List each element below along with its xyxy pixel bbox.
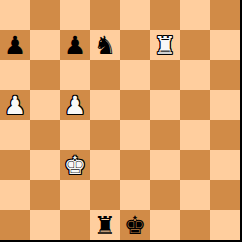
square-a4[interactable]	[0, 120, 30, 150]
square-a8[interactable]	[0, 0, 30, 30]
square-f6[interactable]	[150, 60, 180, 90]
square-e5[interactable]	[120, 90, 150, 120]
chess-board: ♟ ♟ ♞ ♜ ♟ ♟ ♚	[0, 0, 242, 242]
square-e7[interactable]	[120, 30, 150, 60]
square-b5[interactable]	[30, 90, 60, 120]
square-g2[interactable]	[180, 180, 210, 210]
square-f8[interactable]	[150, 0, 180, 30]
square-h3[interactable]	[210, 150, 240, 180]
chess-board-grid: ♟ ♟ ♞ ♜ ♟ ♟ ♚	[0, 0, 240, 240]
black-pawn[interactable]: ♟	[60, 30, 90, 60]
square-d5[interactable]	[90, 90, 120, 120]
square-c4[interactable]	[60, 120, 90, 150]
square-b1[interactable]	[30, 210, 60, 240]
square-g5[interactable]	[180, 90, 210, 120]
square-d7[interactable]: ♞	[90, 30, 120, 60]
square-g6[interactable]	[180, 60, 210, 90]
square-h7[interactable]	[210, 30, 240, 60]
square-b7[interactable]	[30, 30, 60, 60]
square-h6[interactable]	[210, 60, 240, 90]
square-h5[interactable]	[210, 90, 240, 120]
square-c5[interactable]: ♟	[60, 90, 90, 120]
square-d6[interactable]	[90, 60, 120, 90]
square-a3[interactable]	[0, 150, 30, 180]
square-e6[interactable]	[120, 60, 150, 90]
square-c6[interactable]	[60, 60, 90, 90]
square-h4[interactable]	[210, 120, 240, 150]
square-g7[interactable]	[180, 30, 210, 60]
square-b6[interactable]	[30, 60, 60, 90]
square-h2[interactable]	[210, 180, 240, 210]
black-king[interactable]: ♚	[120, 210, 150, 240]
square-g3[interactable]	[180, 150, 210, 180]
square-e2[interactable]	[120, 180, 150, 210]
square-h8[interactable]	[210, 0, 240, 30]
square-a6[interactable]	[0, 60, 30, 90]
square-c2[interactable]	[60, 180, 90, 210]
square-e1[interactable]: ♚	[120, 210, 150, 240]
square-f5[interactable]	[150, 90, 180, 120]
black-knight[interactable]: ♞	[90, 30, 120, 60]
square-e4[interactable]	[120, 120, 150, 150]
square-a5[interactable]: ♟	[0, 90, 30, 120]
square-e8[interactable]	[120, 0, 150, 30]
black-rook[interactable]: ♜	[90, 210, 120, 240]
square-f4[interactable]	[150, 120, 180, 150]
square-f2[interactable]	[150, 180, 180, 210]
square-a2[interactable]	[0, 180, 30, 210]
square-g4[interactable]	[180, 120, 210, 150]
square-b8[interactable]	[30, 0, 60, 30]
square-c1[interactable]	[60, 210, 90, 240]
square-e3[interactable]	[120, 150, 150, 180]
square-a7[interactable]: ♟	[0, 30, 30, 60]
square-d8[interactable]	[90, 0, 120, 30]
square-b2[interactable]	[30, 180, 60, 210]
white-rook[interactable]: ♜	[150, 30, 180, 60]
white-pawn[interactable]: ♟	[0, 90, 30, 120]
square-c3[interactable]: ♚	[60, 150, 90, 180]
black-pawn[interactable]: ♟	[0, 30, 30, 60]
square-b4[interactable]	[30, 120, 60, 150]
square-d1[interactable]: ♜	[90, 210, 120, 240]
square-b3[interactable]	[30, 150, 60, 180]
square-d2[interactable]	[90, 180, 120, 210]
square-c8[interactable]	[60, 0, 90, 30]
square-g8[interactable]	[180, 0, 210, 30]
square-a1[interactable]	[0, 210, 30, 240]
square-g1[interactable]	[180, 210, 210, 240]
white-king[interactable]: ♚	[60, 150, 90, 180]
square-f7[interactable]: ♜	[150, 30, 180, 60]
square-d4[interactable]	[90, 120, 120, 150]
white-pawn[interactable]: ♟	[60, 90, 90, 120]
square-f1[interactable]	[150, 210, 180, 240]
square-c7[interactable]: ♟	[60, 30, 90, 60]
square-h1[interactable]	[210, 210, 240, 240]
square-d3[interactable]	[90, 150, 120, 180]
square-f3[interactable]	[150, 150, 180, 180]
